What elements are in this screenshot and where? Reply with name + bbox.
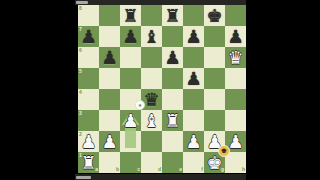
square-a5[interactable]: 5	[78, 68, 99, 89]
chess-board[interactable]: 87654321abcdefgh ★ ♚ ♜♜♚♟♟♝♟♟♟♟♛♟♛♟♝♜♟♟♟…	[78, 5, 246, 173]
piece-black-pawn-b6[interactable]: ♟	[99, 47, 120, 68]
piece-black-king-g8[interactable]: ♚	[204, 5, 225, 26]
square-e1[interactable]: e	[162, 152, 183, 173]
piece-white-pawn-g2[interactable]: ♟	[204, 131, 225, 152]
rank-label-5: 5	[79, 69, 82, 74]
square-a8[interactable]: 8	[78, 5, 99, 26]
square-d8[interactable]	[141, 5, 162, 26]
piece-white-king-g1[interactable]: ♚	[204, 152, 225, 173]
piece-black-pawn-f7[interactable]: ♟	[183, 26, 204, 47]
square-b1[interactable]: b	[99, 152, 120, 173]
piece-white-pawn-c3[interactable]: ♟	[120, 110, 141, 131]
piece-black-queen-d4[interactable]: ♛	[141, 89, 162, 110]
square-c6[interactable]	[120, 47, 141, 68]
piece-black-pawn-f5[interactable]: ♟	[183, 68, 204, 89]
square-g5[interactable]	[204, 68, 225, 89]
piece-black-pawn-e6[interactable]: ♟	[162, 47, 183, 68]
square-c4[interactable]	[120, 89, 141, 110]
rank-label-8: 8	[79, 6, 82, 11]
square-b5[interactable]	[99, 68, 120, 89]
piece-white-pawn-f2[interactable]: ♟	[183, 131, 204, 152]
top-player-text	[76, 1, 88, 4]
piece-white-pawn-a2[interactable]: ♟	[78, 131, 99, 152]
file-label-f: f	[201, 167, 203, 172]
rank-label-6: 6	[79, 48, 82, 53]
square-g3[interactable]	[204, 110, 225, 131]
square-b8[interactable]	[99, 5, 120, 26]
piece-white-rook-a1[interactable]: ♜	[78, 152, 99, 173]
file-label-h: h	[242, 167, 245, 172]
square-f4[interactable]	[183, 89, 204, 110]
square-f8[interactable]	[183, 5, 204, 26]
bottom-player-bar	[75, 174, 246, 180]
square-d6[interactable]	[141, 47, 162, 68]
square-d2[interactable]	[141, 131, 162, 152]
square-h5[interactable]	[225, 68, 246, 89]
square-b3[interactable]	[99, 110, 120, 131]
square-e2[interactable]	[162, 131, 183, 152]
piece-white-pawn-b2[interactable]: ♟	[99, 131, 120, 152]
rank-label-3: 3	[79, 111, 82, 116]
piece-white-rook-e3[interactable]: ♜	[162, 110, 183, 131]
square-g4[interactable]	[204, 89, 225, 110]
square-e7[interactable]	[162, 26, 183, 47]
piece-white-pawn-h2[interactable]: ♟	[225, 131, 246, 152]
square-c5[interactable]	[120, 68, 141, 89]
file-label-b: b	[116, 167, 119, 172]
piece-black-rook-c8[interactable]: ♜	[120, 5, 141, 26]
file-label-e: e	[179, 167, 182, 172]
square-c1[interactable]: c	[120, 152, 141, 173]
file-label-d: d	[158, 167, 161, 172]
square-f3[interactable]	[183, 110, 204, 131]
square-h8[interactable]	[225, 5, 246, 26]
square-g7[interactable]	[204, 26, 225, 47]
square-a4[interactable]: 4	[78, 89, 99, 110]
piece-black-pawn-a7[interactable]: ♟	[78, 26, 99, 47]
square-g6[interactable]	[204, 47, 225, 68]
square-f1[interactable]: f	[183, 152, 204, 173]
square-h3[interactable]	[225, 110, 246, 131]
piece-black-rook-e8[interactable]: ♜	[162, 5, 183, 26]
square-a3[interactable]: 3	[78, 110, 99, 131]
file-label-c: c	[137, 167, 140, 172]
square-e5[interactable]	[162, 68, 183, 89]
piece-black-pawn-c7[interactable]: ♟	[120, 26, 141, 47]
square-d1[interactable]: d	[141, 152, 162, 173]
rank-label-4: 4	[79, 90, 82, 95]
square-e4[interactable]	[162, 89, 183, 110]
piece-white-bishop-d3[interactable]: ♝	[141, 110, 162, 131]
square-b4[interactable]	[99, 89, 120, 110]
app-screen: 87654321abcdefgh ★ ♚ ♜♜♚♟♟♝♟♟♟♟♛♟♛♟♝♜♟♟♟…	[0, 0, 320, 180]
square-h4[interactable]	[225, 89, 246, 110]
square-f6[interactable]	[183, 47, 204, 68]
bottom-player-text	[76, 176, 91, 179]
square-d5[interactable]	[141, 68, 162, 89]
square-b7[interactable]	[99, 26, 120, 47]
square-a6[interactable]: 6	[78, 47, 99, 68]
square-c2[interactable]	[120, 131, 141, 152]
square-h1[interactable]: h	[225, 152, 246, 173]
piece-black-bishop-d7[interactable]: ♝	[141, 26, 162, 47]
piece-black-pawn-h7[interactable]: ♟	[225, 26, 246, 47]
piece-white-queen-h6[interactable]: ♛	[225, 47, 246, 68]
